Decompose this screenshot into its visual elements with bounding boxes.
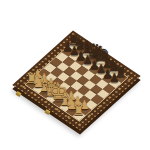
chess-set-photo: ♜♞♟♝♟♛♟♚♟♝♟♞♟♜♟♟♟♟♜♟♞♟♝♟♛♟♚♟♝♟♞♜	[0, 0, 150, 150]
chess-board	[12, 30, 140, 130]
